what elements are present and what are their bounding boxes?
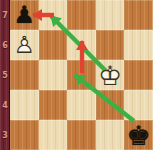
- chess-board: 76543 ♟♟♙♚♔♚: [0, 0, 153, 150]
- black-pawn-a7[interactable]: ♟: [10, 0, 39, 30]
- white-pawn-a6[interactable]: ♟♙: [10, 30, 39, 60]
- white-king-outline: ♔: [96, 60, 125, 90]
- black-king-e3[interactable]: ♚: [124, 120, 153, 150]
- black-pawn-glyph: ♟: [10, 0, 39, 30]
- black-king-glyph: ♚: [124, 120, 153, 150]
- pieces-layer: ♟♟♙♚♔♚: [0, 0, 153, 150]
- white-pawn-outline: ♙: [10, 30, 39, 60]
- white-king-d5[interactable]: ♚♔: [96, 60, 125, 90]
